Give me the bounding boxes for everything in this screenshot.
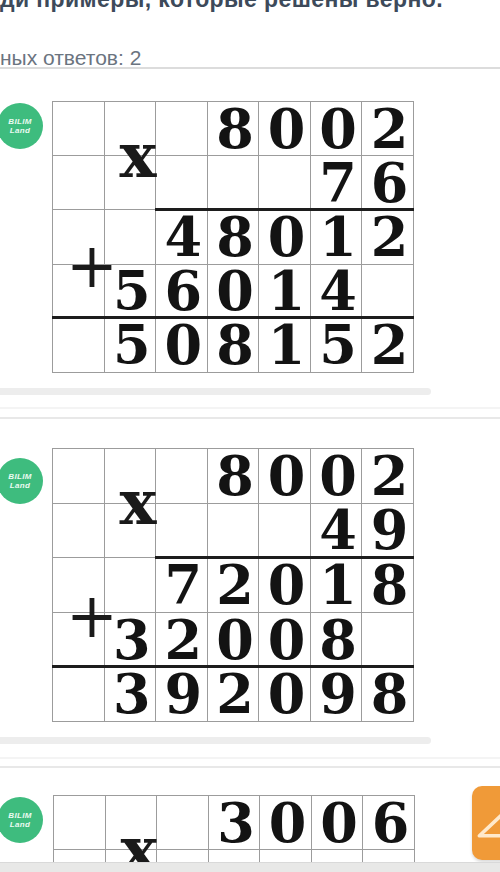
grid-cell [259,156,311,210]
grid-cell: 0 [260,796,312,850]
grid-cell: 1 [311,210,363,264]
grid-cell: 0 [156,319,208,373]
grid-cell: 2 [362,102,414,156]
grid-cell: 5 [105,319,157,373]
grid-cell: 0 [312,796,364,850]
grid-cell: 7 [311,156,363,210]
grid-cell: 0 [311,449,363,504]
grid-cell: 8 [208,210,260,264]
grid-cell: 3 [209,796,261,850]
grid-cell: 0 [259,667,311,722]
grid-cell: 8 [311,613,363,668]
plus-sign: + [66,587,118,645]
example-card-1[interactable]: 8002764801256014508152 x + [52,101,414,373]
logo-text-bottom: Land [10,820,30,829]
grid-cell: 6 [156,265,208,319]
grid-cell: 9 [311,667,363,722]
grid-cell: 4 [311,504,363,559]
bilimland-logo: BILIM Land [0,103,43,149]
logo-text-top: BILIM [8,811,31,820]
grid-cell: 0 [259,102,311,156]
bilimland-logo: BILIM Land [0,797,43,843]
grid-cell: 0 [259,210,311,264]
multiplication-grid-3: 3006 [53,795,415,872]
grid-cell: 4 [156,210,208,264]
sum-rule-line [52,665,414,668]
logo-text-bottom: Land [10,126,30,135]
grid-cell: 8 [208,449,260,504]
grid-cell [53,449,105,504]
grid-cell: 4 [311,265,363,319]
grid-cell: 0 [208,265,260,319]
grid-cell: 1 [259,265,311,319]
multiply-sign: x [112,474,164,532]
card-separator [0,417,500,419]
card-scroll-track [0,388,431,395]
card-separator [0,757,500,759]
grid-cell: 2 [362,319,414,373]
grid-cell: 8 [362,667,414,722]
grid-cell: 7 [156,558,208,613]
header-divider [0,67,500,69]
grid-cell: 0 [259,449,311,504]
grid-cell [362,613,414,668]
grid-cell: 0 [208,613,260,668]
card-separator [0,407,500,409]
grid-cell: 1 [311,558,363,613]
grid-cell: 8 [362,558,414,613]
grid-cell: 2 [156,613,208,668]
logo-text-top: BILIM [8,117,31,126]
warning-triangle-icon [474,803,500,843]
grid-cell: 2 [362,449,414,504]
grid-cell: 2 [208,667,260,722]
grid-cell [53,319,105,373]
page-bottom-edge [0,862,500,872]
grid-cell: 6 [363,796,415,850]
grid-cell: 8 [208,319,260,373]
task-title: ди примеры, которые решены верно. [0,0,500,13]
example-card-2[interactable]: 8002497201832008392098 x + [52,448,414,722]
grid-cell: 5 [311,319,363,373]
grid-cell [362,265,414,319]
grid-cell [54,796,106,850]
bilimland-logo: BILIM Land [0,458,43,504]
grid-cell [53,504,105,559]
grid-cell: 9 [362,504,414,559]
grid-cell: 9 [156,667,208,722]
product-rule-line [155,208,414,211]
plus-sign: + [66,237,118,295]
grid-cell [208,504,260,559]
exercise-page: ди примеры, которые решены верно. ных от… [0,0,500,872]
logo-text-bottom: Land [10,481,30,490]
grid-cell: 2 [362,210,414,264]
grid-cell: 8 [208,102,260,156]
grid-cell [53,156,105,210]
logo-text-top: BILIM [8,472,31,481]
grid-cell: 0 [259,558,311,613]
example-card-3[interactable]: 3006 x [53,795,415,872]
grid-cell [208,156,260,210]
grid-cell [53,667,105,722]
multiply-sign: x [112,127,164,185]
report-error-button[interactable] [472,786,500,860]
card-separator [0,766,500,768]
grid-cell [259,504,311,559]
grid-cell: 0 [311,102,363,156]
product-rule-line [155,556,414,559]
card-scroll-track [0,737,431,744]
grid-cell: 2 [208,558,260,613]
grid-cell: 0 [259,613,311,668]
grid-cell: 3 [105,667,157,722]
grid-cell: 1 [259,319,311,373]
grid-cell [53,102,105,156]
sum-rule-line [52,316,414,319]
grid-cell: 6 [362,156,414,210]
